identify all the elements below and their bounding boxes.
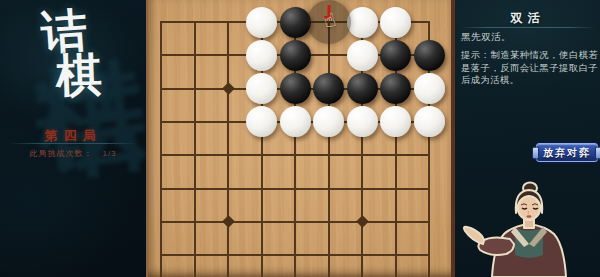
white-stone — [347, 7, 378, 38]
star-point — [222, 215, 235, 228]
black-stone — [280, 7, 311, 38]
grid-line-h — [160, 254, 430, 256]
white-stone — [246, 106, 277, 137]
white-stone — [246, 40, 277, 71]
hint-point-marker[interactable]: ☝ — [307, 0, 351, 44]
white-stone — [414, 73, 445, 104]
black-stone — [414, 40, 445, 71]
left-panel: 诘棋 诘 棋 第四局 此局挑战次数：1/3 — [0, 0, 146, 277]
white-stone — [414, 106, 445, 137]
grid-line-h — [160, 188, 430, 190]
white-stone — [246, 73, 277, 104]
right-panel-divider — [461, 27, 594, 28]
go-board[interactable]: ☝ — [146, 0, 455, 277]
attempts-label: 此局挑战次数： — [29, 149, 92, 158]
attempts-line: 此局挑战次数：1/3 — [0, 148, 146, 159]
attempts-value: 1/3 — [102, 149, 116, 158]
grid-line-v — [328, 21, 330, 277]
black-stone — [380, 40, 411, 71]
grid-line-h — [160, 154, 430, 156]
black-stone — [347, 73, 378, 104]
black-stone — [280, 40, 311, 71]
advisor-portrait — [452, 181, 600, 277]
grid-line-v — [227, 21, 229, 277]
right-panel: 双活 黑先双活。 提示：制造某种情况，使白棋若是落子，反而会让黑子提取白子后成为… — [455, 0, 600, 277]
grid-line-v — [160, 21, 162, 277]
black-stone — [380, 73, 411, 104]
game-screen: 诘棋 诘 棋 第四局 此局挑战次数：1/3 ☝ 双活 黑先双活。 提示：制造某种… — [0, 0, 600, 277]
white-stone — [380, 106, 411, 137]
white-stone — [380, 7, 411, 38]
objective-text: 黑先双活。 — [461, 31, 597, 43]
white-stone — [280, 106, 311, 137]
hint-text: 提示：制造某种情况，使白棋若是落子，反而会让黑子提取白子后成为活棋。 — [461, 49, 598, 87]
white-stone — [246, 7, 277, 38]
title-char-qi: 棋 — [55, 51, 103, 99]
star-point — [222, 82, 235, 95]
white-stone — [347, 106, 378, 137]
grid-line-v — [194, 21, 196, 277]
white-stone — [347, 40, 378, 71]
hand-cursor-icon: ☝ — [322, 10, 337, 31]
black-stone — [313, 73, 344, 104]
white-stone — [313, 106, 344, 137]
star-point — [356, 215, 369, 228]
black-stone — [280, 73, 311, 104]
grid-line-h — [160, 221, 430, 223]
left-panel-divider — [8, 143, 138, 144]
puzzle-title: 双活 — [455, 10, 600, 27]
give-up-button[interactable]: 放弃对弈 — [536, 143, 598, 162]
